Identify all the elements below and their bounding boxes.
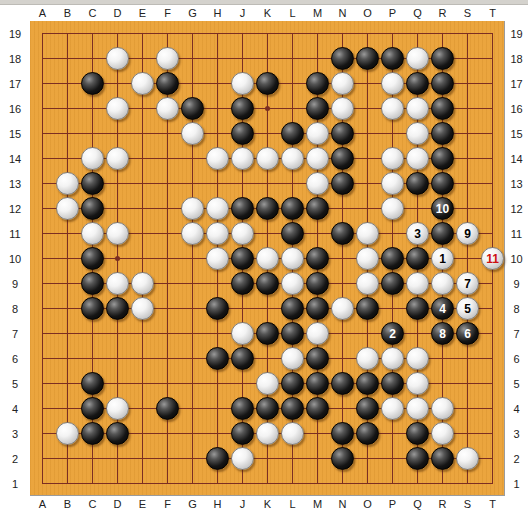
intersection-G7[interactable] <box>180 321 205 346</box>
intersection-S8[interactable]: 5 <box>455 296 480 321</box>
intersection-F9[interactable] <box>155 271 180 296</box>
intersection-C16[interactable] <box>80 96 105 121</box>
intersection-E10[interactable] <box>130 246 155 271</box>
intersection-C7[interactable] <box>80 321 105 346</box>
intersection-G10[interactable] <box>180 246 205 271</box>
intersection-H5[interactable] <box>205 371 230 396</box>
intersection-F19[interactable] <box>155 21 180 46</box>
intersection-B9[interactable] <box>55 271 80 296</box>
intersection-T3[interactable] <box>480 421 505 446</box>
intersection-F3[interactable] <box>155 421 180 446</box>
intersection-D11[interactable] <box>105 221 130 246</box>
intersection-K16[interactable] <box>255 96 280 121</box>
intersection-Q6[interactable] <box>405 346 430 371</box>
intersection-Q19[interactable] <box>405 21 430 46</box>
intersection-P3[interactable] <box>380 421 405 446</box>
intersection-T12[interactable] <box>480 196 505 221</box>
intersection-J5[interactable] <box>230 371 255 396</box>
intersection-G8[interactable] <box>180 296 205 321</box>
intersection-C8[interactable] <box>80 296 105 321</box>
intersection-M12[interactable] <box>305 196 330 221</box>
intersection-R6[interactable] <box>430 346 455 371</box>
intersection-L18[interactable] <box>280 46 305 71</box>
intersection-F7[interactable] <box>155 321 180 346</box>
intersection-M6[interactable] <box>305 346 330 371</box>
intersection-J10[interactable] <box>230 246 255 271</box>
intersection-P1[interactable] <box>380 471 405 496</box>
intersection-D19[interactable] <box>105 21 130 46</box>
intersection-N4[interactable] <box>330 396 355 421</box>
intersection-T10[interactable]: 11 <box>480 246 505 271</box>
intersection-O14[interactable] <box>355 146 380 171</box>
intersection-K13[interactable] <box>255 171 280 196</box>
intersection-G16[interactable] <box>180 96 205 121</box>
intersection-A15[interactable] <box>30 121 55 146</box>
intersection-G5[interactable] <box>180 371 205 396</box>
intersection-M3[interactable] <box>305 421 330 446</box>
intersection-J17[interactable] <box>230 71 255 96</box>
intersection-O19[interactable] <box>355 21 380 46</box>
intersection-B15[interactable] <box>55 121 80 146</box>
intersection-H10[interactable] <box>205 246 230 271</box>
intersection-N8[interactable] <box>330 296 355 321</box>
intersection-R10[interactable]: 1 <box>430 246 455 271</box>
intersection-D10[interactable] <box>105 246 130 271</box>
intersection-H11[interactable] <box>205 221 230 246</box>
intersection-R11[interactable] <box>430 221 455 246</box>
intersection-K7[interactable] <box>255 321 280 346</box>
intersection-P14[interactable] <box>380 146 405 171</box>
intersection-S11[interactable]: 9 <box>455 221 480 246</box>
intersection-S16[interactable] <box>455 96 480 121</box>
intersection-D17[interactable] <box>105 71 130 96</box>
intersection-E8[interactable] <box>130 296 155 321</box>
intersection-C6[interactable] <box>80 346 105 371</box>
intersection-M4[interactable] <box>305 396 330 421</box>
intersection-N10[interactable] <box>330 246 355 271</box>
intersection-B3[interactable] <box>55 421 80 446</box>
intersection-R19[interactable] <box>430 21 455 46</box>
intersection-S7[interactable]: 6 <box>455 321 480 346</box>
intersection-K5[interactable] <box>255 371 280 396</box>
intersection-N3[interactable] <box>330 421 355 446</box>
intersection-S14[interactable] <box>455 146 480 171</box>
intersection-F1[interactable] <box>155 471 180 496</box>
intersection-P2[interactable] <box>380 446 405 471</box>
intersection-B1[interactable] <box>55 471 80 496</box>
intersection-P6[interactable] <box>380 346 405 371</box>
intersection-K10[interactable] <box>255 246 280 271</box>
intersection-G13[interactable] <box>180 171 205 196</box>
intersection-F16[interactable] <box>155 96 180 121</box>
intersection-B10[interactable] <box>55 246 80 271</box>
intersection-A2[interactable] <box>30 446 55 471</box>
intersection-S9[interactable]: 7 <box>455 271 480 296</box>
intersection-L1[interactable] <box>280 471 305 496</box>
intersection-O1[interactable] <box>355 471 380 496</box>
intersection-E4[interactable] <box>130 396 155 421</box>
intersection-G14[interactable] <box>180 146 205 171</box>
intersection-P12[interactable] <box>380 196 405 221</box>
intersection-G19[interactable] <box>180 21 205 46</box>
intersection-O16[interactable] <box>355 96 380 121</box>
intersection-F14[interactable] <box>155 146 180 171</box>
intersection-T4[interactable] <box>480 396 505 421</box>
intersection-E18[interactable] <box>130 46 155 71</box>
intersection-D9[interactable] <box>105 271 130 296</box>
intersection-E17[interactable] <box>130 71 155 96</box>
intersection-O17[interactable] <box>355 71 380 96</box>
intersection-D2[interactable] <box>105 446 130 471</box>
intersection-D5[interactable] <box>105 371 130 396</box>
intersection-Q12[interactable] <box>405 196 430 221</box>
intersection-A18[interactable] <box>30 46 55 71</box>
intersection-D18[interactable] <box>105 46 130 71</box>
intersection-D8[interactable] <box>105 296 130 321</box>
intersection-H7[interactable] <box>205 321 230 346</box>
intersection-T17[interactable] <box>480 71 505 96</box>
intersection-A7[interactable] <box>30 321 55 346</box>
intersection-G17[interactable] <box>180 71 205 96</box>
intersection-K9[interactable] <box>255 271 280 296</box>
intersection-C9[interactable] <box>80 271 105 296</box>
intersection-Q16[interactable] <box>405 96 430 121</box>
intersection-C14[interactable] <box>80 146 105 171</box>
intersection-C12[interactable] <box>80 196 105 221</box>
intersection-G11[interactable] <box>180 221 205 246</box>
intersection-H14[interactable] <box>205 146 230 171</box>
intersection-F2[interactable] <box>155 446 180 471</box>
intersection-T9[interactable] <box>480 271 505 296</box>
intersection-L17[interactable] <box>280 71 305 96</box>
intersection-B2[interactable] <box>55 446 80 471</box>
intersection-K8[interactable] <box>255 296 280 321</box>
intersection-S4[interactable] <box>455 396 480 421</box>
intersection-E19[interactable] <box>130 21 155 46</box>
intersection-Q10[interactable] <box>405 246 430 271</box>
intersection-C19[interactable] <box>80 21 105 46</box>
intersection-R1[interactable] <box>430 471 455 496</box>
intersection-A11[interactable] <box>30 221 55 246</box>
intersection-T6[interactable] <box>480 346 505 371</box>
intersection-O3[interactable] <box>355 421 380 446</box>
intersection-M8[interactable] <box>305 296 330 321</box>
intersection-B17[interactable] <box>55 71 80 96</box>
intersection-H9[interactable] <box>205 271 230 296</box>
intersection-S12[interactable] <box>455 196 480 221</box>
intersection-Q13[interactable] <box>405 171 430 196</box>
intersection-C11[interactable] <box>80 221 105 246</box>
intersection-A19[interactable] <box>30 21 55 46</box>
intersection-T2[interactable] <box>480 446 505 471</box>
intersection-P8[interactable] <box>380 296 405 321</box>
intersection-T19[interactable] <box>480 21 505 46</box>
intersection-F6[interactable] <box>155 346 180 371</box>
intersection-E6[interactable] <box>130 346 155 371</box>
intersection-J11[interactable] <box>230 221 255 246</box>
intersection-E15[interactable] <box>130 121 155 146</box>
intersection-O11[interactable] <box>355 221 380 246</box>
intersection-D16[interactable] <box>105 96 130 121</box>
intersection-G6[interactable] <box>180 346 205 371</box>
intersection-B13[interactable] <box>55 171 80 196</box>
intersection-D3[interactable] <box>105 421 130 446</box>
intersection-N2[interactable] <box>330 446 355 471</box>
intersection-Q8[interactable] <box>405 296 430 321</box>
intersection-R13[interactable] <box>430 171 455 196</box>
intersection-J12[interactable] <box>230 196 255 221</box>
intersection-M7[interactable] <box>305 321 330 346</box>
intersection-K14[interactable] <box>255 146 280 171</box>
intersection-N7[interactable] <box>330 321 355 346</box>
intersection-D12[interactable] <box>105 196 130 221</box>
intersection-E16[interactable] <box>130 96 155 121</box>
intersection-D4[interactable] <box>105 396 130 421</box>
intersection-G4[interactable] <box>180 396 205 421</box>
intersection-O18[interactable] <box>355 46 380 71</box>
intersection-N9[interactable] <box>330 271 355 296</box>
intersection-D14[interactable] <box>105 146 130 171</box>
intersection-C15[interactable] <box>80 121 105 146</box>
intersection-J9[interactable] <box>230 271 255 296</box>
intersection-M2[interactable] <box>305 446 330 471</box>
intersection-A5[interactable] <box>30 371 55 396</box>
intersection-O2[interactable] <box>355 446 380 471</box>
intersection-R17[interactable] <box>430 71 455 96</box>
intersection-N12[interactable] <box>330 196 355 221</box>
intersection-B19[interactable] <box>55 21 80 46</box>
intersection-L10[interactable] <box>280 246 305 271</box>
intersection-A3[interactable] <box>30 421 55 446</box>
intersection-M9[interactable] <box>305 271 330 296</box>
intersection-P17[interactable] <box>380 71 405 96</box>
intersection-N13[interactable] <box>330 171 355 196</box>
intersection-L7[interactable] <box>280 321 305 346</box>
intersection-P7[interactable]: 2 <box>380 321 405 346</box>
intersection-P18[interactable] <box>380 46 405 71</box>
intersection-C1[interactable] <box>80 471 105 496</box>
intersection-O12[interactable] <box>355 196 380 221</box>
intersection-K3[interactable] <box>255 421 280 446</box>
intersection-L19[interactable] <box>280 21 305 46</box>
intersection-F12[interactable] <box>155 196 180 221</box>
intersection-B18[interactable] <box>55 46 80 71</box>
intersection-K2[interactable] <box>255 446 280 471</box>
intersection-F17[interactable] <box>155 71 180 96</box>
intersection-P15[interactable] <box>380 121 405 146</box>
intersection-B16[interactable] <box>55 96 80 121</box>
intersection-J8[interactable] <box>230 296 255 321</box>
intersection-N18[interactable] <box>330 46 355 71</box>
intersection-M17[interactable] <box>305 71 330 96</box>
intersection-T15[interactable] <box>480 121 505 146</box>
intersection-L13[interactable] <box>280 171 305 196</box>
intersection-N11[interactable] <box>330 221 355 246</box>
intersection-K18[interactable] <box>255 46 280 71</box>
intersection-M13[interactable] <box>305 171 330 196</box>
intersection-F11[interactable] <box>155 221 180 246</box>
intersection-D13[interactable] <box>105 171 130 196</box>
intersection-H4[interactable] <box>205 396 230 421</box>
intersection-B7[interactable] <box>55 321 80 346</box>
intersection-H8[interactable] <box>205 296 230 321</box>
intersection-O4[interactable] <box>355 396 380 421</box>
intersection-P10[interactable] <box>380 246 405 271</box>
intersection-O9[interactable] <box>355 271 380 296</box>
intersection-B4[interactable] <box>55 396 80 421</box>
intersection-M5[interactable] <box>305 371 330 396</box>
intersection-O8[interactable] <box>355 296 380 321</box>
intersection-M10[interactable] <box>305 246 330 271</box>
intersection-J4[interactable] <box>230 396 255 421</box>
intersection-H19[interactable] <box>205 21 230 46</box>
intersection-J3[interactable] <box>230 421 255 446</box>
intersection-P9[interactable] <box>380 271 405 296</box>
intersection-A4[interactable] <box>30 396 55 421</box>
intersection-A6[interactable] <box>30 346 55 371</box>
intersection-Q3[interactable] <box>405 421 430 446</box>
intersection-F8[interactable] <box>155 296 180 321</box>
intersection-N16[interactable] <box>330 96 355 121</box>
intersection-H3[interactable] <box>205 421 230 446</box>
intersection-L11[interactable] <box>280 221 305 246</box>
intersection-D7[interactable] <box>105 321 130 346</box>
intersection-F15[interactable] <box>155 121 180 146</box>
intersection-G12[interactable] <box>180 196 205 221</box>
intersection-F18[interactable] <box>155 46 180 71</box>
intersection-R15[interactable] <box>430 121 455 146</box>
intersection-J19[interactable] <box>230 21 255 46</box>
intersection-L5[interactable] <box>280 371 305 396</box>
intersection-A13[interactable] <box>30 171 55 196</box>
intersection-J6[interactable] <box>230 346 255 371</box>
intersection-H18[interactable] <box>205 46 230 71</box>
intersection-L12[interactable] <box>280 196 305 221</box>
intersection-H1[interactable] <box>205 471 230 496</box>
intersection-E2[interactable] <box>130 446 155 471</box>
intersection-H17[interactable] <box>205 71 230 96</box>
intersection-O10[interactable] <box>355 246 380 271</box>
intersection-H12[interactable] <box>205 196 230 221</box>
intersection-E9[interactable] <box>130 271 155 296</box>
intersection-Q9[interactable] <box>405 271 430 296</box>
intersection-L9[interactable] <box>280 271 305 296</box>
intersection-T1[interactable] <box>480 471 505 496</box>
intersection-J15[interactable] <box>230 121 255 146</box>
intersection-A17[interactable] <box>30 71 55 96</box>
intersection-O15[interactable] <box>355 121 380 146</box>
intersection-A1[interactable] <box>30 471 55 496</box>
intersection-R2[interactable] <box>430 446 455 471</box>
intersection-Q2[interactable] <box>405 446 430 471</box>
intersection-H2[interactable] <box>205 446 230 471</box>
intersection-Q17[interactable] <box>405 71 430 96</box>
intersection-Q14[interactable] <box>405 146 430 171</box>
intersection-D1[interactable] <box>105 471 130 496</box>
intersection-C13[interactable] <box>80 171 105 196</box>
intersection-E5[interactable] <box>130 371 155 396</box>
intersection-Q11[interactable]: 3 <box>405 221 430 246</box>
intersection-G9[interactable] <box>180 271 205 296</box>
intersection-P4[interactable] <box>380 396 405 421</box>
intersection-A8[interactable] <box>30 296 55 321</box>
intersection-T18[interactable] <box>480 46 505 71</box>
intersection-A12[interactable] <box>30 196 55 221</box>
intersection-M18[interactable] <box>305 46 330 71</box>
intersection-K11[interactable] <box>255 221 280 246</box>
intersection-C17[interactable] <box>80 71 105 96</box>
intersection-M14[interactable] <box>305 146 330 171</box>
intersection-M19[interactable] <box>305 21 330 46</box>
intersection-B5[interactable] <box>55 371 80 396</box>
intersection-R14[interactable] <box>430 146 455 171</box>
intersection-F5[interactable] <box>155 371 180 396</box>
intersection-L15[interactable] <box>280 121 305 146</box>
intersection-E11[interactable] <box>130 221 155 246</box>
intersection-R7[interactable]: 8 <box>430 321 455 346</box>
intersection-S5[interactable] <box>455 371 480 396</box>
intersection-C4[interactable] <box>80 396 105 421</box>
intersection-E14[interactable] <box>130 146 155 171</box>
intersection-L6[interactable] <box>280 346 305 371</box>
intersection-R16[interactable] <box>430 96 455 121</box>
intersection-E7[interactable] <box>130 321 155 346</box>
intersection-A14[interactable] <box>30 146 55 171</box>
intersection-Q15[interactable] <box>405 121 430 146</box>
intersection-E13[interactable] <box>130 171 155 196</box>
intersection-B14[interactable] <box>55 146 80 171</box>
intersection-L16[interactable] <box>280 96 305 121</box>
intersection-H15[interactable] <box>205 121 230 146</box>
intersection-K1[interactable] <box>255 471 280 496</box>
intersection-Q4[interactable] <box>405 396 430 421</box>
intersection-Q7[interactable] <box>405 321 430 346</box>
intersection-J7[interactable] <box>230 321 255 346</box>
intersection-P5[interactable] <box>380 371 405 396</box>
intersection-J14[interactable] <box>230 146 255 171</box>
intersection-P13[interactable] <box>380 171 405 196</box>
intersection-G1[interactable] <box>180 471 205 496</box>
intersection-G3[interactable] <box>180 421 205 446</box>
intersection-T11[interactable] <box>480 221 505 246</box>
intersection-E3[interactable] <box>130 421 155 446</box>
intersection-B8[interactable] <box>55 296 80 321</box>
intersection-G2[interactable] <box>180 446 205 471</box>
intersection-G18[interactable] <box>180 46 205 71</box>
intersection-K12[interactable] <box>255 196 280 221</box>
intersection-O5[interactable] <box>355 371 380 396</box>
intersection-L2[interactable] <box>280 446 305 471</box>
intersection-L4[interactable] <box>280 396 305 421</box>
intersection-T14[interactable] <box>480 146 505 171</box>
intersection-H6[interactable] <box>205 346 230 371</box>
intersection-N6[interactable] <box>330 346 355 371</box>
intersection-S19[interactable] <box>455 21 480 46</box>
intersection-E12[interactable] <box>130 196 155 221</box>
intersection-N1[interactable] <box>330 471 355 496</box>
intersection-A9[interactable] <box>30 271 55 296</box>
intersection-B12[interactable] <box>55 196 80 221</box>
intersection-M15[interactable] <box>305 121 330 146</box>
intersection-S1[interactable] <box>455 471 480 496</box>
intersection-B6[interactable] <box>55 346 80 371</box>
intersection-D6[interactable] <box>105 346 130 371</box>
intersection-C10[interactable] <box>80 246 105 271</box>
intersection-D15[interactable] <box>105 121 130 146</box>
intersection-G15[interactable] <box>180 121 205 146</box>
intersection-C2[interactable] <box>80 446 105 471</box>
intersection-K19[interactable] <box>255 21 280 46</box>
